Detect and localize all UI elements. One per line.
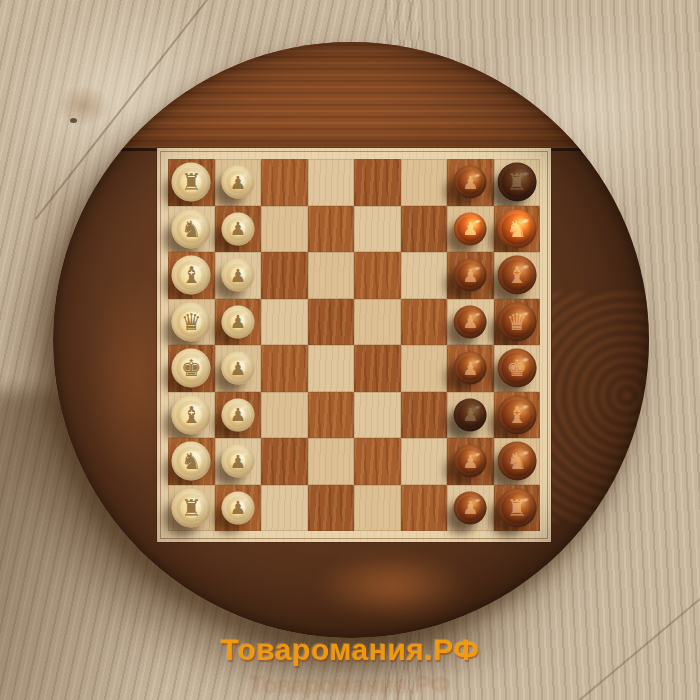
watermark-text: Товаромания.РФ bbox=[0, 633, 700, 667]
watermark-echo: Товаромания.РФ bbox=[0, 671, 700, 699]
rim-vignette bbox=[53, 42, 649, 638]
product-photo-chess-set: ♜♟♟♜♞♟♟♞♝♟♟♝♛♟♟♛♚♟♟♚♝♟♟♝♞♟♟♞♜♟♟♜ Товаром… bbox=[0, 0, 700, 700]
round-chess-board: ♜♟♟♜♞♟♟♞♝♟♟♝♛♟♟♛♚♟♟♚♝♟♟♝♞♟♟♞♜♟♟♜ bbox=[53, 42, 649, 638]
